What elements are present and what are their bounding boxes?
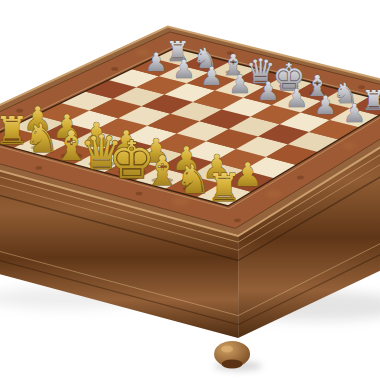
bun-foot-highlight <box>221 345 233 352</box>
piece-white-rook-h1: ♜ <box>207 165 242 210</box>
piece-black-pawn-e7: ♟ <box>257 76 280 106</box>
chess-board-scene: ♜♞♟♝♟♛♟♚♟♝♟♞♟♜♟♟♟♟♜♟♞♟♝♟♛♟♚♟♝♟♞♜ <box>0 0 380 380</box>
piece-black-pawn-h7: ♟ <box>343 98 366 128</box>
burl-knot <box>35 166 42 170</box>
burl-knot <box>136 192 143 196</box>
burl-knot <box>234 218 241 222</box>
piece-white-knight-g1: ♞ <box>175 156 211 202</box>
burl-knot <box>111 67 118 71</box>
piece-black-pawn-d7: ♟ <box>228 69 251 99</box>
piece-black-pawn-g7: ♟ <box>314 90 337 120</box>
piece-black-pawn-c7: ♟ <box>200 61 223 91</box>
burl-patch <box>266 190 282 197</box>
piece-black-pawn-f7: ♟ <box>285 83 308 113</box>
burl-patch <box>342 143 356 149</box>
piece-black-pawn-a7: ♟ <box>145 47 168 77</box>
piece-black-pawn-b7: ♟ <box>172 54 195 84</box>
chess-set-photo: ♜♞♟♝♟♛♟♚♟♝♟♞♟♜♟♟♟♟♜♟♞♟♝♟♛♟♚♟♝♟♞♜ <box>0 0 380 380</box>
bun-foot-base <box>222 359 243 368</box>
burl-knot <box>297 175 304 179</box>
